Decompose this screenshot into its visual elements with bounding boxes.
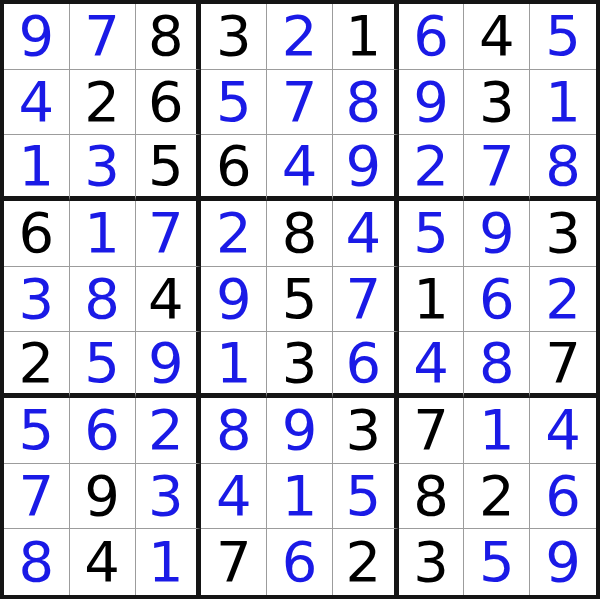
- cell-r9c2[interactable]: 4: [70, 529, 136, 595]
- cell-r5c4[interactable]: 9: [201, 267, 267, 333]
- cell-r8c4[interactable]: 4: [201, 464, 267, 530]
- cell-r2c8[interactable]: 3: [464, 70, 530, 136]
- cell-r7c6[interactable]: 3: [333, 398, 399, 464]
- cell-r5c3[interactable]: 4: [136, 267, 202, 333]
- cell-r4c6[interactable]: 4: [333, 201, 399, 267]
- cell-r2c5[interactable]: 7: [267, 70, 333, 136]
- cell-r3c6[interactable]: 9: [333, 135, 399, 201]
- cell-r8c6[interactable]: 5: [333, 464, 399, 530]
- cell-r9c1[interactable]: 8: [4, 529, 70, 595]
- cell-r3c4[interactable]: 6: [201, 135, 267, 201]
- cell-r1c8[interactable]: 4: [464, 4, 530, 70]
- cell-r9c9[interactable]: 9: [530, 529, 596, 595]
- cell-r2c9[interactable]: 1: [530, 70, 596, 136]
- cell-r7c1[interactable]: 5: [4, 398, 70, 464]
- cell-r1c4[interactable]: 3: [201, 4, 267, 70]
- cell-r5c6[interactable]: 7: [333, 267, 399, 333]
- cell-r8c2[interactable]: 9: [70, 464, 136, 530]
- cell-r5c5[interactable]: 5: [267, 267, 333, 333]
- cell-r7c5[interactable]: 9: [267, 398, 333, 464]
- cell-r5c1[interactable]: 3: [4, 267, 70, 333]
- cell-r3c2[interactable]: 3: [70, 135, 136, 201]
- cell-r1c6[interactable]: 1: [333, 4, 399, 70]
- cell-r4c8[interactable]: 9: [464, 201, 530, 267]
- cell-r4c5[interactable]: 8: [267, 201, 333, 267]
- cell-r1c1[interactable]: 9: [4, 4, 70, 70]
- cell-r1c7[interactable]: 6: [399, 4, 465, 70]
- cell-r2c2[interactable]: 2: [70, 70, 136, 136]
- cell-r9c8[interactable]: 5: [464, 529, 530, 595]
- cell-r6c8[interactable]: 8: [464, 332, 530, 398]
- cell-r2c3[interactable]: 6: [136, 70, 202, 136]
- cell-r8c7[interactable]: 8: [399, 464, 465, 530]
- cell-r2c7[interactable]: 9: [399, 70, 465, 136]
- cell-r7c9[interactable]: 4: [530, 398, 596, 464]
- cell-r4c1[interactable]: 6: [4, 201, 70, 267]
- cell-r1c2[interactable]: 7: [70, 4, 136, 70]
- cell-r5c8[interactable]: 6: [464, 267, 530, 333]
- cell-r3c5[interactable]: 4: [267, 135, 333, 201]
- cell-r4c7[interactable]: 5: [399, 201, 465, 267]
- cell-r2c4[interactable]: 5: [201, 70, 267, 136]
- cell-r1c9[interactable]: 5: [530, 4, 596, 70]
- cell-r3c9[interactable]: 8: [530, 135, 596, 201]
- cell-r6c5[interactable]: 3: [267, 332, 333, 398]
- sudoku-board: 9783216454265789311356492786172845933849…: [0, 0, 600, 599]
- cell-r7c2[interactable]: 6: [70, 398, 136, 464]
- cell-r8c3[interactable]: 3: [136, 464, 202, 530]
- cell-r9c3[interactable]: 1: [136, 529, 202, 595]
- cell-r7c3[interactable]: 2: [136, 398, 202, 464]
- cell-r6c4[interactable]: 1: [201, 332, 267, 398]
- cell-r8c1[interactable]: 7: [4, 464, 70, 530]
- cell-r6c1[interactable]: 2: [4, 332, 70, 398]
- cell-r1c3[interactable]: 8: [136, 4, 202, 70]
- cell-r7c8[interactable]: 1: [464, 398, 530, 464]
- cell-r9c6[interactable]: 2: [333, 529, 399, 595]
- cell-r7c7[interactable]: 7: [399, 398, 465, 464]
- cell-r8c9[interactable]: 6: [530, 464, 596, 530]
- cell-r1c5[interactable]: 2: [267, 4, 333, 70]
- cell-r4c2[interactable]: 1: [70, 201, 136, 267]
- cell-r9c5[interactable]: 6: [267, 529, 333, 595]
- cell-r4c3[interactable]: 7: [136, 201, 202, 267]
- cell-r6c3[interactable]: 9: [136, 332, 202, 398]
- cell-r3c1[interactable]: 1: [4, 135, 70, 201]
- cell-r8c8[interactable]: 2: [464, 464, 530, 530]
- cell-r5c7[interactable]: 1: [399, 267, 465, 333]
- cell-r2c1[interactable]: 4: [4, 70, 70, 136]
- cell-r6c2[interactable]: 5: [70, 332, 136, 398]
- cell-r5c9[interactable]: 2: [530, 267, 596, 333]
- cell-r4c9[interactable]: 3: [530, 201, 596, 267]
- cell-r8c5[interactable]: 1: [267, 464, 333, 530]
- cell-r3c8[interactable]: 7: [464, 135, 530, 201]
- cell-r3c3[interactable]: 5: [136, 135, 202, 201]
- cell-r7c4[interactable]: 8: [201, 398, 267, 464]
- cell-r5c2[interactable]: 8: [70, 267, 136, 333]
- cell-r6c7[interactable]: 4: [399, 332, 465, 398]
- cell-r6c9[interactable]: 7: [530, 332, 596, 398]
- cell-r9c4[interactable]: 7: [201, 529, 267, 595]
- cell-r2c6[interactable]: 8: [333, 70, 399, 136]
- cell-r3c7[interactable]: 2: [399, 135, 465, 201]
- cell-r6c6[interactable]: 6: [333, 332, 399, 398]
- cell-r4c4[interactable]: 2: [201, 201, 267, 267]
- cell-r9c7[interactable]: 3: [399, 529, 465, 595]
